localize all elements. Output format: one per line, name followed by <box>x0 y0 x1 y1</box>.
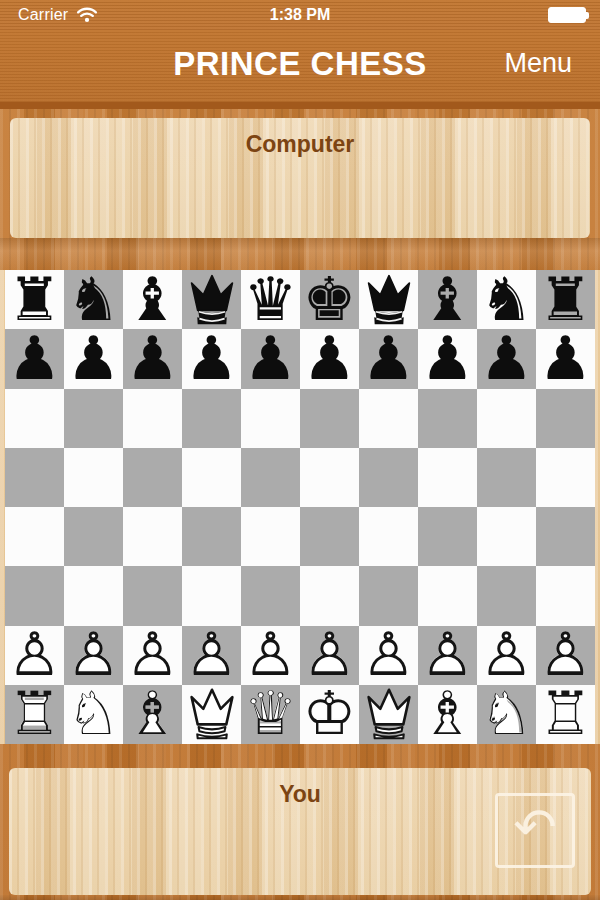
player-panel: You ↶ <box>9 768 591 895</box>
square-j6[interactable] <box>536 389 595 448</box>
square-a7[interactable]: ♟ <box>5 329 64 388</box>
piece-black-pawn: ♟ <box>241 329 300 388</box>
square-i7[interactable]: ♟ <box>477 329 536 388</box>
piece-white-rook: ♜♖ <box>5 685 64 744</box>
square-g3[interactable] <box>359 566 418 625</box>
square-h4[interactable] <box>418 507 477 566</box>
square-j5[interactable] <box>536 448 595 507</box>
square-g5[interactable] <box>359 448 418 507</box>
piece-black-knight: ♞ <box>477 270 536 329</box>
square-a5[interactable] <box>5 448 64 507</box>
piece-white-prince <box>182 685 241 744</box>
piece-black-pawn: ♟ <box>64 329 123 388</box>
piece-black-pawn: ♟ <box>182 329 241 388</box>
square-e1[interactable]: ♛♕ <box>241 685 300 744</box>
square-d2[interactable]: ♟♙ <box>182 626 241 685</box>
nav-bar: PRINCE CHESS Menu <box>0 30 600 109</box>
piece-black-pawn: ♟ <box>418 329 477 388</box>
piece-white-king: ♚♔ <box>300 685 359 744</box>
square-j7[interactable]: ♟ <box>536 329 595 388</box>
square-d8[interactable] <box>182 270 241 329</box>
piece-black-queen: ♛ <box>241 270 300 329</box>
square-e8[interactable]: ♛ <box>241 270 300 329</box>
square-i2[interactable]: ♟♙ <box>477 626 536 685</box>
piece-white-pawn: ♟♙ <box>536 626 595 685</box>
player-label: You <box>279 781 321 808</box>
square-c8[interactable]: ♝ <box>123 270 182 329</box>
square-c6[interactable] <box>123 389 182 448</box>
square-c1[interactable]: ♝♗ <box>123 685 182 744</box>
square-i1[interactable]: ♞♘ <box>477 685 536 744</box>
square-f8[interactable]: ♚ <box>300 270 359 329</box>
piece-white-pawn: ♟♙ <box>300 626 359 685</box>
opponent-label: Computer <box>246 131 355 158</box>
square-j3[interactable] <box>536 566 595 625</box>
square-e4[interactable] <box>241 507 300 566</box>
square-h3[interactable] <box>418 566 477 625</box>
square-e2[interactable]: ♟♙ <box>241 626 300 685</box>
piece-white-pawn: ♟♙ <box>241 626 300 685</box>
piece-white-pawn: ♟♙ <box>359 626 418 685</box>
square-d7[interactable]: ♟ <box>182 329 241 388</box>
square-i6[interactable] <box>477 389 536 448</box>
square-i8[interactable]: ♞ <box>477 270 536 329</box>
piece-white-rook: ♜♖ <box>536 685 595 744</box>
square-h7[interactable]: ♟ <box>418 329 477 388</box>
square-c4[interactable] <box>123 507 182 566</box>
square-d6[interactable] <box>182 389 241 448</box>
square-j1[interactable]: ♜♖ <box>536 685 595 744</box>
piece-black-pawn: ♟ <box>5 329 64 388</box>
piece-white-pawn: ♟♙ <box>5 626 64 685</box>
square-c5[interactable] <box>123 448 182 507</box>
square-c3[interactable] <box>123 566 182 625</box>
square-f6[interactable] <box>300 389 359 448</box>
piece-black-bishop: ♝ <box>418 270 477 329</box>
opponent-panel: Computer <box>10 118 590 238</box>
piece-black-knight: ♞ <box>64 270 123 329</box>
square-a4[interactable] <box>5 507 64 566</box>
status-bar: Carrier 1:38 PM <box>0 0 600 30</box>
square-j8[interactable]: ♜ <box>536 270 595 329</box>
piece-white-pawn: ♟♙ <box>64 626 123 685</box>
square-b1[interactable]: ♞♘ <box>64 685 123 744</box>
piece-black-rook: ♜ <box>5 270 64 329</box>
menu-button[interactable]: Menu <box>504 48 572 79</box>
square-i4[interactable] <box>477 507 536 566</box>
square-f5[interactable] <box>300 448 359 507</box>
piece-black-pawn: ♟ <box>300 329 359 388</box>
page-title: PRINCE CHESS <box>173 45 427 87</box>
square-g8[interactable] <box>359 270 418 329</box>
square-h6[interactable] <box>418 389 477 448</box>
square-a2[interactable]: ♟♙ <box>5 626 64 685</box>
square-h5[interactable] <box>418 448 477 507</box>
square-b8[interactable]: ♞ <box>64 270 123 329</box>
piece-black-bishop: ♝ <box>123 270 182 329</box>
square-f2[interactable]: ♟♙ <box>300 626 359 685</box>
square-c2[interactable]: ♟♙ <box>123 626 182 685</box>
square-a3[interactable] <box>5 566 64 625</box>
piece-black-pawn: ♟ <box>359 329 418 388</box>
square-d5[interactable] <box>182 448 241 507</box>
square-c7[interactable]: ♟ <box>123 329 182 388</box>
square-f7[interactable]: ♟ <box>300 329 359 388</box>
square-g6[interactable] <box>359 389 418 448</box>
square-g2[interactable]: ♟♙ <box>359 626 418 685</box>
square-b6[interactable] <box>64 389 123 448</box>
piece-black-pawn: ♟ <box>536 329 595 388</box>
piece-white-bishop: ♝♗ <box>418 685 477 744</box>
square-i5[interactable] <box>477 448 536 507</box>
undo-button[interactable]: ↶ <box>495 793 575 868</box>
square-h8[interactable]: ♝ <box>418 270 477 329</box>
square-b7[interactable]: ♟ <box>64 329 123 388</box>
piece-white-bishop: ♝♗ <box>123 685 182 744</box>
piece-white-knight: ♞♘ <box>64 685 123 744</box>
square-b5[interactable] <box>64 448 123 507</box>
footer-wood <box>0 895 600 900</box>
piece-black-king: ♚ <box>300 270 359 329</box>
piece-black-prince <box>182 270 241 329</box>
square-a1[interactable]: ♜♖ <box>5 685 64 744</box>
square-e7[interactable]: ♟ <box>241 329 300 388</box>
battery-icon <box>548 7 586 23</box>
piece-white-pawn: ♟♙ <box>418 626 477 685</box>
square-d3[interactable] <box>182 566 241 625</box>
piece-black-prince <box>359 270 418 329</box>
square-g1[interactable] <box>359 685 418 744</box>
chess-board: ♜♞♝♛♚♝♞♜♟♟♟♟♟♟♟♟♟♟♟♙♟♙♟♙♟♙♟♙♟♙♟♙♟♙♟♙♟♙♜♖… <box>5 270 595 744</box>
square-f1[interactable]: ♚♔ <box>300 685 359 744</box>
square-b4[interactable] <box>64 507 123 566</box>
square-e5[interactable] <box>241 448 300 507</box>
piece-black-rook: ♜ <box>536 270 595 329</box>
square-f4[interactable] <box>300 507 359 566</box>
piece-black-pawn: ♟ <box>477 329 536 388</box>
square-a8[interactable]: ♜ <box>5 270 64 329</box>
square-h1[interactable]: ♝♗ <box>418 685 477 744</box>
piece-white-prince <box>359 685 418 744</box>
square-e3[interactable] <box>241 566 300 625</box>
piece-black-pawn: ♟ <box>123 329 182 388</box>
square-i3[interactable] <box>477 566 536 625</box>
square-j4[interactable] <box>536 507 595 566</box>
square-e6[interactable] <box>241 389 300 448</box>
square-a6[interactable] <box>5 389 64 448</box>
piece-white-pawn: ♟♙ <box>477 626 536 685</box>
piece-white-knight: ♞♘ <box>477 685 536 744</box>
square-j2[interactable]: ♟♙ <box>536 626 595 685</box>
undo-arrow-icon: ↶ <box>513 801 557 853</box>
square-g4[interactable] <box>359 507 418 566</box>
square-g7[interactable]: ♟ <box>359 329 418 388</box>
square-d4[interactable] <box>182 507 241 566</box>
square-d1[interactable] <box>182 685 241 744</box>
piece-white-pawn: ♟♙ <box>182 626 241 685</box>
board-frame: ♜♞♝♛♚♝♞♜♟♟♟♟♟♟♟♟♟♟♟♙♟♙♟♙♟♙♟♙♟♙♟♙♟♙♟♙♟♙♜♖… <box>0 270 600 744</box>
piece-white-queen: ♛♕ <box>241 685 300 744</box>
square-b3[interactable] <box>64 566 123 625</box>
piece-white-pawn: ♟♙ <box>123 626 182 685</box>
square-f3[interactable] <box>300 566 359 625</box>
square-b2[interactable]: ♟♙ <box>64 626 123 685</box>
clock: 1:38 PM <box>0 6 600 24</box>
square-h2[interactable]: ♟♙ <box>418 626 477 685</box>
